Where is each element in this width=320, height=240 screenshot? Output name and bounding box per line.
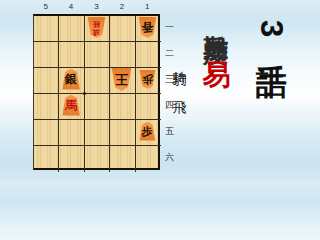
difficulty: 難易度 易 — [197, 15, 235, 41]
board-square — [59, 42, 84, 68]
board-square — [59, 120, 84, 146]
board-square — [34, 146, 59, 172]
board-square — [110, 94, 135, 120]
rank-label: 五 — [164, 126, 175, 136]
file-label: 4 — [65, 2, 77, 11]
board-square — [136, 94, 161, 120]
board-square — [85, 94, 110, 120]
rank-label: 四 — [164, 100, 175, 110]
board-square — [136, 42, 161, 68]
board-square — [85, 42, 110, 68]
rank-label: 一 — [164, 22, 175, 32]
hand-value: 飛 — [172, 89, 188, 90]
board-square — [85, 68, 110, 94]
board-square — [34, 16, 59, 42]
board-square — [34, 120, 59, 146]
piece-kanji: 王 — [115, 73, 128, 86]
difficulty-value: 易 — [201, 39, 232, 41]
piece-kanji: 馬 — [65, 99, 77, 111]
board-square — [136, 146, 161, 172]
rank-label: 六 — [164, 152, 175, 162]
board-square — [110, 16, 135, 42]
piece-kanji: 香 — [141, 21, 153, 33]
board-square — [34, 94, 59, 120]
board-square — [110, 146, 135, 172]
rank-label: 二 — [164, 48, 175, 58]
board-square — [110, 120, 135, 146]
file-label: 1 — [141, 2, 153, 11]
board-square — [110, 42, 135, 68]
piece-kanji: 歩 — [142, 126, 153, 137]
board-square — [59, 16, 84, 42]
board-square — [85, 146, 110, 172]
file-label: 5 — [40, 2, 52, 11]
pieces-in-hand: 持駒 飛 — [171, 60, 189, 90]
hoshi-dot — [83, 92, 86, 95]
board-square — [85, 120, 110, 146]
piece-kanji: 銀 — [65, 73, 77, 85]
piece-kanji: 歩 — [142, 74, 153, 85]
piece-kanji: 成 桂 — [93, 20, 100, 35]
board-square — [59, 146, 84, 172]
tsume-shogi-frame: { "game": "shogi-tsume-puzzle", "positio… — [0, 0, 320, 180]
board-square — [34, 42, 59, 68]
file-label: 2 — [116, 2, 128, 11]
file-label: 3 — [91, 2, 103, 11]
hand-label: 持駒 — [172, 60, 188, 62]
difficulty-label: 難易度 — [202, 15, 230, 21]
board-square — [34, 68, 59, 94]
puzzle-type: 3手詰 — [250, 20, 292, 43]
